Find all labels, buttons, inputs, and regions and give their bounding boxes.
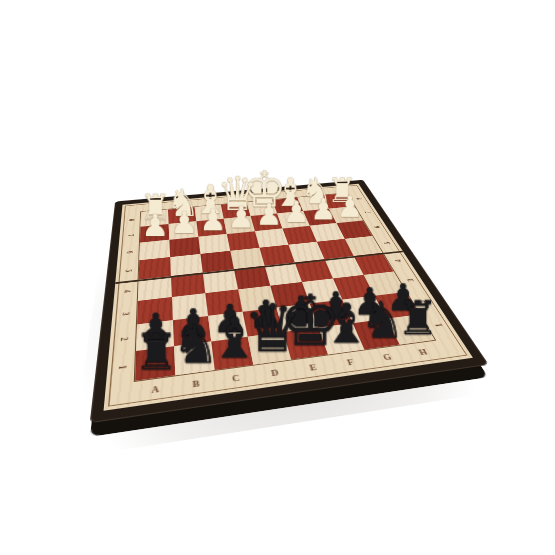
file-label-c: C [216, 371, 257, 386]
white-pawn: ♟ [199, 204, 226, 234]
black-knight: ♞ [171, 318, 219, 371]
square-c5 [200, 251, 234, 273]
file-label-g: G [367, 350, 407, 363]
file-label-e: E [293, 360, 334, 374]
white-pawn: ♟ [141, 210, 169, 241]
black-rook: ♜ [133, 327, 178, 377]
rank-label-right-5: 5 [371, 237, 404, 249]
white-pawn: ♟ [255, 199, 282, 229]
file-label-f: F [330, 355, 370, 369]
white-pawn: ♟ [310, 194, 336, 223]
rank-label-right-8: 8 [345, 194, 374, 203]
white-pawn: ♟ [170, 207, 197, 238]
square-e7: ♟ [251, 214, 283, 232]
square-b5 [170, 254, 203, 276]
square-a4 [138, 276, 172, 301]
square-e5 [260, 245, 295, 266]
square-a5 [139, 257, 171, 280]
product-photo-scene: ♜♞♝♛♚♝♞♜♟♟♟♟♟♟♟♟♟♟♟♟♟♟♟♟♜♞♝♛♚♝♞♜ ABCDEFG… [0, 0, 555, 555]
rank-label-right-4: 4 [381, 254, 416, 267]
rank-label-right-6: 6 [361, 222, 393, 233]
file-label-h: H [403, 346, 443, 359]
square-d5 [230, 248, 264, 269]
file-label-d: D [255, 366, 296, 380]
file-label-b: B [176, 376, 217, 391]
white-pawn: ♟ [227, 202, 254, 232]
square-c6 [198, 234, 230, 254]
square-b7: ♟ [169, 221, 199, 239]
square-c7: ♟ [196, 219, 226, 237]
file-label-a: A [134, 382, 176, 397]
white-pawn: ♟ [283, 197, 310, 227]
rank-label-right-7: 7 [353, 207, 383, 217]
square-b1: ♞ [174, 341, 215, 375]
square-a1: ♜ [135, 346, 175, 381]
square-d7: ♟ [224, 216, 255, 234]
chess-board-3d: ♜♞♝♛♚♝♞♜♟♟♟♟♟♟♟♟♟♟♟♟♟♟♟♟♜♞♝♛♚♝♞♜ ABCDEFG… [90, 180, 489, 424]
